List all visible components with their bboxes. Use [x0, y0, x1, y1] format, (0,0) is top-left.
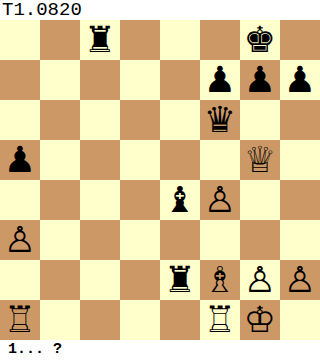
square-f6[interactable]: ♛	[200, 100, 240, 140]
square-a6[interactable]	[0, 100, 40, 140]
white-pawn-icon[interactable]: ♙	[244, 260, 276, 300]
square-c1[interactable]	[80, 300, 120, 340]
square-c3[interactable]	[80, 220, 120, 260]
black-queen-icon[interactable]: ♛	[204, 100, 236, 140]
square-a8[interactable]	[0, 20, 40, 60]
square-e6[interactable]	[160, 100, 200, 140]
square-h8[interactable]	[280, 20, 320, 60]
square-d2[interactable]	[120, 260, 160, 300]
square-e3[interactable]	[160, 220, 200, 260]
square-b8[interactable]	[40, 20, 80, 60]
square-c2[interactable]	[80, 260, 120, 300]
white-bishop-icon[interactable]: ♗	[204, 260, 236, 300]
white-rook-icon[interactable]: ♖	[4, 300, 36, 340]
square-d5[interactable]	[120, 140, 160, 180]
square-g1[interactable]: ♔	[240, 300, 280, 340]
white-queen-icon[interactable]: ♕	[244, 140, 276, 180]
white-king-icon[interactable]: ♔	[244, 300, 276, 340]
square-d6[interactable]	[120, 100, 160, 140]
square-a7[interactable]	[0, 60, 40, 100]
square-d1[interactable]	[120, 300, 160, 340]
square-e1[interactable]	[160, 300, 200, 340]
black-rook-icon[interactable]: ♜	[84, 20, 116, 60]
chess-board[interactable]: ♜♚♟♟♟♛♟♕♝♙♙♜♗♙♙♖♖♔	[0, 20, 320, 340]
square-d7[interactable]	[120, 60, 160, 100]
square-h5[interactable]	[280, 140, 320, 180]
square-d4[interactable]	[120, 180, 160, 220]
black-rook-icon[interactable]: ♜	[164, 260, 196, 300]
square-b3[interactable]	[40, 220, 80, 260]
white-pawn-icon[interactable]: ♙	[284, 260, 316, 300]
square-c4[interactable]	[80, 180, 120, 220]
square-e2[interactable]: ♜	[160, 260, 200, 300]
square-f7[interactable]: ♟	[200, 60, 240, 100]
square-h3[interactable]	[280, 220, 320, 260]
move-prompt-label: 1... ?	[0, 340, 320, 360]
black-pawn-icon[interactable]: ♟	[244, 60, 276, 100]
square-a1[interactable]: ♖	[0, 300, 40, 340]
square-d8[interactable]	[120, 20, 160, 60]
square-h4[interactable]	[280, 180, 320, 220]
square-b6[interactable]	[40, 100, 80, 140]
square-g6[interactable]	[240, 100, 280, 140]
square-h2[interactable]: ♙	[280, 260, 320, 300]
square-h7[interactable]: ♟	[280, 60, 320, 100]
black-pawn-icon[interactable]: ♟	[204, 60, 236, 100]
square-e7[interactable]	[160, 60, 200, 100]
square-g4[interactable]	[240, 180, 280, 220]
square-f4[interactable]: ♙	[200, 180, 240, 220]
square-h1[interactable]	[280, 300, 320, 340]
square-f5[interactable]	[200, 140, 240, 180]
square-e5[interactable]	[160, 140, 200, 180]
square-c6[interactable]	[80, 100, 120, 140]
square-h6[interactable]	[280, 100, 320, 140]
square-b2[interactable]	[40, 260, 80, 300]
square-c7[interactable]	[80, 60, 120, 100]
square-g8[interactable]: ♚	[240, 20, 280, 60]
black-king-icon[interactable]: ♚	[244, 20, 276, 60]
square-a5[interactable]: ♟	[0, 140, 40, 180]
square-g5[interactable]: ♕	[240, 140, 280, 180]
square-b5[interactable]	[40, 140, 80, 180]
puzzle-id-label: T1.0820	[0, 0, 320, 20]
square-f1[interactable]: ♖	[200, 300, 240, 340]
white-pawn-icon[interactable]: ♙	[4, 220, 36, 260]
black-pawn-icon[interactable]: ♟	[284, 60, 316, 100]
square-c8[interactable]: ♜	[80, 20, 120, 60]
square-b7[interactable]	[40, 60, 80, 100]
square-a2[interactable]	[0, 260, 40, 300]
square-a3[interactable]: ♙	[0, 220, 40, 260]
square-b1[interactable]	[40, 300, 80, 340]
chess-puzzle-diagram: T1.0820 ♜♚♟♟♟♛♟♕♝♙♙♜♗♙♙♖♖♔ 1... ?	[0, 0, 320, 360]
square-d3[interactable]	[120, 220, 160, 260]
square-f3[interactable]	[200, 220, 240, 260]
square-f8[interactable]	[200, 20, 240, 60]
square-e8[interactable]	[160, 20, 200, 60]
square-a4[interactable]	[0, 180, 40, 220]
square-c5[interactable]	[80, 140, 120, 180]
square-e4[interactable]: ♝	[160, 180, 200, 220]
white-pawn-icon[interactable]: ♙	[204, 180, 236, 220]
white-rook-icon[interactable]: ♖	[204, 300, 236, 340]
black-pawn-icon[interactable]: ♟	[4, 140, 36, 180]
square-b4[interactable]	[40, 180, 80, 220]
black-bishop-icon[interactable]: ♝	[164, 180, 196, 220]
square-g3[interactable]	[240, 220, 280, 260]
square-g7[interactable]: ♟	[240, 60, 280, 100]
square-g2[interactable]: ♙	[240, 260, 280, 300]
square-f2[interactable]: ♗	[200, 260, 240, 300]
